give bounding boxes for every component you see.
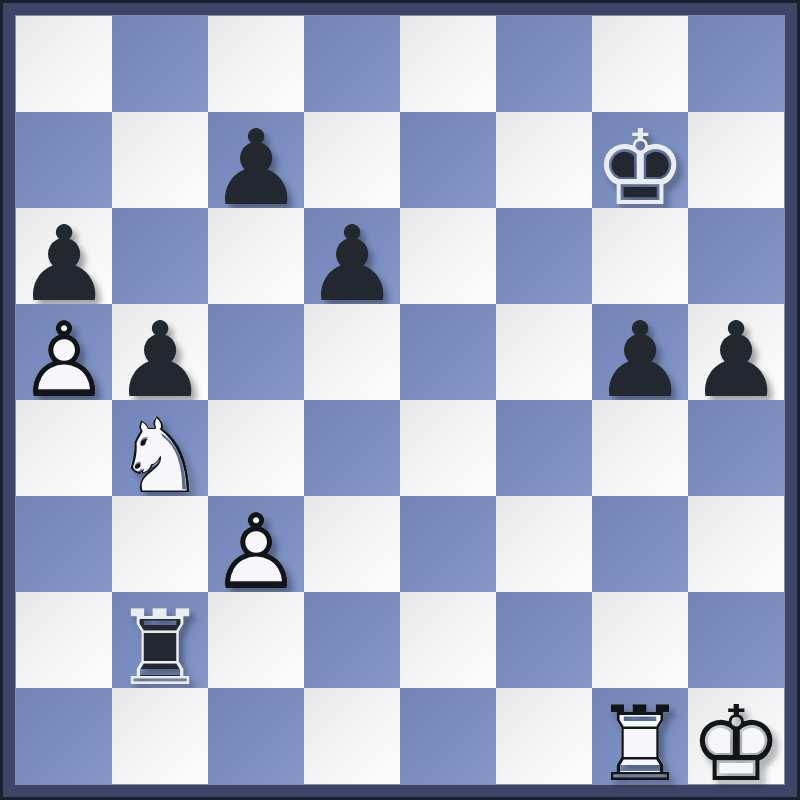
- square-b5[interactable]: ♟♙: [112, 304, 208, 400]
- square-a5[interactable]: ♟♙: [16, 304, 112, 400]
- square-c5[interactable]: [208, 304, 304, 400]
- black-king-glyph-outline: ♔: [592, 112, 688, 208]
- white-pawn-glyph-outline: ♙: [208, 496, 304, 592]
- square-d3[interactable]: [304, 496, 400, 592]
- black-pawn-glyph-fill: ♟: [112, 304, 208, 400]
- white-pawn-glyph-fill: ♟: [16, 304, 112, 400]
- black-pawn-glyph-fill: ♟: [208, 112, 304, 208]
- square-b4[interactable]: ♞♘: [112, 400, 208, 496]
- square-d2[interactable]: [304, 592, 400, 688]
- square-h4[interactable]: [688, 400, 784, 496]
- square-g4[interactable]: [592, 400, 688, 496]
- white-pawn-glyph-outline: ♙: [16, 304, 112, 400]
- white-knight-glyph-fill: ♞: [112, 400, 208, 496]
- square-g3[interactable]: [592, 496, 688, 592]
- square-e1[interactable]: [400, 688, 496, 784]
- black-pawn-glyph-fill: ♟: [688, 304, 784, 400]
- square-c7[interactable]: ♟♙: [208, 112, 304, 208]
- square-c1[interactable]: [208, 688, 304, 784]
- square-b7[interactable]: [112, 112, 208, 208]
- square-c4[interactable]: [208, 400, 304, 496]
- black-pawn-glyph-fill: ♟: [592, 304, 688, 400]
- white-rook-glyph-fill: ♜: [592, 688, 688, 784]
- square-c3[interactable]: ♟♙: [208, 496, 304, 592]
- piece-white-king[interactable]: ♚♔: [688, 688, 784, 784]
- square-h7[interactable]: [688, 112, 784, 208]
- piece-white-pawn[interactable]: ♟♙: [208, 496, 304, 592]
- square-g8[interactable]: [592, 16, 688, 112]
- square-e8[interactable]: [400, 16, 496, 112]
- piece-black-pawn[interactable]: ♟♙: [688, 304, 784, 400]
- square-a6[interactable]: ♟♙: [16, 208, 112, 304]
- chessboard: ♟♙♚♔♟♙♟♙♟♙♟♙♟♙♟♙♞♘♟♙♜♖♜♖♚♔: [16, 16, 784, 784]
- square-b6[interactable]: [112, 208, 208, 304]
- square-a7[interactable]: [16, 112, 112, 208]
- square-f2[interactable]: [496, 592, 592, 688]
- square-f7[interactable]: [496, 112, 592, 208]
- square-f4[interactable]: [496, 400, 592, 496]
- square-h1[interactable]: ♚♔: [688, 688, 784, 784]
- piece-white-knight[interactable]: ♞♘: [112, 400, 208, 496]
- black-rook-glyph-fill: ♜: [112, 592, 208, 688]
- black-rook-glyph-outline: ♖: [112, 592, 208, 688]
- piece-black-pawn[interactable]: ♟♙: [208, 112, 304, 208]
- square-d6[interactable]: ♟♙: [304, 208, 400, 304]
- white-king-glyph-outline: ♔: [688, 688, 784, 784]
- square-a4[interactable]: [16, 400, 112, 496]
- piece-black-pawn[interactable]: ♟♙: [592, 304, 688, 400]
- piece-black-pawn[interactable]: ♟♙: [304, 208, 400, 304]
- square-d5[interactable]: [304, 304, 400, 400]
- square-f3[interactable]: [496, 496, 592, 592]
- square-h3[interactable]: [688, 496, 784, 592]
- square-c8[interactable]: [208, 16, 304, 112]
- piece-black-rook[interactable]: ♜♖: [112, 592, 208, 688]
- square-h2[interactable]: [688, 592, 784, 688]
- square-g6[interactable]: [592, 208, 688, 304]
- square-e6[interactable]: [400, 208, 496, 304]
- square-e3[interactable]: [400, 496, 496, 592]
- square-g2[interactable]: [592, 592, 688, 688]
- square-e5[interactable]: [400, 304, 496, 400]
- white-rook-glyph-outline: ♖: [592, 688, 688, 784]
- square-d7[interactable]: [304, 112, 400, 208]
- square-f1[interactable]: [496, 688, 592, 784]
- white-knight-glyph-outline: ♘: [112, 400, 208, 496]
- square-b2[interactable]: ♜♖: [112, 592, 208, 688]
- white-pawn-glyph-fill: ♟: [208, 496, 304, 592]
- square-a2[interactable]: [16, 592, 112, 688]
- piece-white-pawn[interactable]: ♟♙: [16, 304, 112, 400]
- piece-black-pawn[interactable]: ♟♙: [16, 208, 112, 304]
- square-a3[interactable]: [16, 496, 112, 592]
- square-f8[interactable]: [496, 16, 592, 112]
- square-g1[interactable]: ♜♖: [592, 688, 688, 784]
- piece-white-rook[interactable]: ♜♖: [592, 688, 688, 784]
- square-e2[interactable]: [400, 592, 496, 688]
- square-a8[interactable]: [16, 16, 112, 112]
- white-king-glyph-fill: ♚: [688, 688, 784, 784]
- square-h5[interactable]: ♟♙: [688, 304, 784, 400]
- black-king-glyph-fill: ♚: [592, 112, 688, 208]
- square-d4[interactable]: [304, 400, 400, 496]
- square-e4[interactable]: [400, 400, 496, 496]
- square-e7[interactable]: [400, 112, 496, 208]
- square-b1[interactable]: [112, 688, 208, 784]
- square-h8[interactable]: [688, 16, 784, 112]
- piece-black-king[interactable]: ♚♔: [592, 112, 688, 208]
- square-b3[interactable]: [112, 496, 208, 592]
- chessboard-frame: ♟♙♚♔♟♙♟♙♟♙♟♙♟♙♟♙♞♘♟♙♜♖♜♖♚♔: [0, 0, 800, 800]
- square-f6[interactable]: [496, 208, 592, 304]
- square-g5[interactable]: ♟♙: [592, 304, 688, 400]
- square-a1[interactable]: [16, 688, 112, 784]
- square-h6[interactable]: [688, 208, 784, 304]
- square-c2[interactable]: [208, 592, 304, 688]
- black-pawn-glyph-fill: ♟: [16, 208, 112, 304]
- square-c6[interactable]: [208, 208, 304, 304]
- square-f5[interactable]: [496, 304, 592, 400]
- piece-black-pawn[interactable]: ♟♙: [112, 304, 208, 400]
- square-g7[interactable]: ♚♔: [592, 112, 688, 208]
- square-b8[interactable]: [112, 16, 208, 112]
- black-pawn-glyph-fill: ♟: [304, 208, 400, 304]
- square-d1[interactable]: [304, 688, 400, 784]
- square-d8[interactable]: [304, 16, 400, 112]
